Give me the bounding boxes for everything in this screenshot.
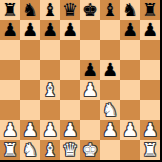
black-pawn-piece[interactable]: ♟ [82,60,98,80]
black-king-piece[interactable]: ♚ [82,0,98,20]
square-c8[interactable]: ♝ [40,0,60,20]
square-b5[interactable] [20,60,40,80]
square-c7[interactable]: ♟ [40,20,60,40]
square-a7[interactable]: ♟ [0,20,20,40]
square-g3[interactable] [120,100,140,120]
square-d8[interactable]: ♛ [60,0,80,20]
white-knight-piece[interactable]: ♞ [102,100,118,120]
square-h4[interactable] [140,80,160,100]
square-e3[interactable] [80,100,100,120]
white-pawn-piece[interactable]: ♟ [62,120,78,140]
square-d5[interactable] [60,60,80,80]
square-a6[interactable] [0,40,20,60]
square-e2[interactable] [80,120,100,140]
black-pawn-piece[interactable]: ♟ [2,20,18,40]
square-a2[interactable]: ♟ [0,120,20,140]
square-a1[interactable]: ♜ [0,140,20,160]
square-b4[interactable] [20,80,40,100]
white-pawn-piece[interactable]: ♟ [22,120,38,140]
square-g2[interactable]: ♟ [120,120,140,140]
black-pawn-piece[interactable]: ♟ [102,60,118,80]
square-e6[interactable] [80,40,100,60]
white-pawn-piece[interactable]: ♟ [42,120,58,140]
square-b1[interactable]: ♞ [20,140,40,160]
square-c4[interactable]: ♝ [40,80,60,100]
black-rook-piece[interactable]: ♜ [2,0,18,20]
square-b3[interactable] [20,100,40,120]
square-a3[interactable] [0,100,20,120]
square-g6[interactable] [120,40,140,60]
square-f4[interactable] [100,80,120,100]
square-e1[interactable]: ♚ [80,140,100,160]
white-queen-piece[interactable]: ♛ [62,140,78,160]
square-b8[interactable]: ♞ [20,0,40,20]
white-pawn-piece[interactable]: ♟ [82,80,98,100]
black-pawn-piece[interactable]: ♟ [142,20,158,40]
square-g5[interactable] [120,60,140,80]
square-f3[interactable]: ♞ [100,100,120,120]
white-king-piece[interactable]: ♚ [82,140,98,160]
black-knight-piece[interactable]: ♞ [22,0,38,20]
white-rook-piece[interactable]: ♜ [142,140,158,160]
white-knight-piece[interactable]: ♞ [22,140,38,160]
square-c2[interactable]: ♟ [40,120,60,140]
black-knight-piece[interactable]: ♞ [122,0,138,20]
square-f5[interactable]: ♟ [100,60,120,80]
black-pawn-piece[interactable]: ♟ [22,20,38,40]
black-rook-piece[interactable]: ♜ [142,0,158,20]
square-a5[interactable] [0,60,20,80]
square-e7[interactable] [80,20,100,40]
square-e5[interactable]: ♟ [80,60,100,80]
white-bishop-piece[interactable]: ♝ [42,140,58,160]
black-bishop-piece[interactable]: ♝ [42,0,58,20]
square-g4[interactable] [120,80,140,100]
square-c3[interactable] [40,100,60,120]
square-g1[interactable] [120,140,140,160]
square-e8[interactable]: ♚ [80,0,100,20]
square-c1[interactable]: ♝ [40,140,60,160]
black-pawn-piece[interactable]: ♟ [122,20,138,40]
square-h8[interactable]: ♜ [140,0,160,20]
square-b2[interactable]: ♟ [20,120,40,140]
white-rook-piece[interactable]: ♜ [2,140,18,160]
square-d4[interactable] [60,80,80,100]
white-pawn-piece[interactable]: ♟ [102,120,118,140]
square-d6[interactable] [60,40,80,60]
square-f1[interactable] [100,140,120,160]
chess-board-frame: ♜♞♝♛♚♝♞♜♟♟♟♟♟♟♟♟♝♟♞♟♟♟♟♟♟♟♜♞♝♛♚♜ [0,0,162,162]
square-h2[interactable]: ♟ [140,120,160,140]
square-b7[interactable]: ♟ [20,20,40,40]
white-bishop-piece[interactable]: ♝ [42,80,58,100]
square-f7[interactable] [100,20,120,40]
white-pawn-piece[interactable]: ♟ [142,120,158,140]
square-g8[interactable]: ♞ [120,0,140,20]
white-pawn-piece[interactable]: ♟ [2,120,18,140]
square-d1[interactable]: ♛ [60,140,80,160]
square-h3[interactable] [140,100,160,120]
square-a8[interactable]: ♜ [0,0,20,20]
black-bishop-piece[interactable]: ♝ [102,0,118,20]
square-a4[interactable] [0,80,20,100]
square-h7[interactable]: ♟ [140,20,160,40]
chess-board: ♜♞♝♛♚♝♞♜♟♟♟♟♟♟♟♟♝♟♞♟♟♟♟♟♟♟♜♞♝♛♚♜ [0,0,160,160]
square-d2[interactable]: ♟ [60,120,80,140]
square-b6[interactable] [20,40,40,60]
square-d3[interactable] [60,100,80,120]
square-c5[interactable] [40,60,60,80]
square-f6[interactable] [100,40,120,60]
square-f2[interactable]: ♟ [100,120,120,140]
square-e4[interactable]: ♟ [80,80,100,100]
black-pawn-piece[interactable]: ♟ [42,20,58,40]
square-h5[interactable] [140,60,160,80]
square-h1[interactable]: ♜ [140,140,160,160]
square-h6[interactable] [140,40,160,60]
black-queen-piece[interactable]: ♛ [62,0,78,20]
square-f8[interactable]: ♝ [100,0,120,20]
black-pawn-piece[interactable]: ♟ [62,20,78,40]
square-c6[interactable] [40,40,60,60]
square-g7[interactable]: ♟ [120,20,140,40]
white-pawn-piece[interactable]: ♟ [122,120,138,140]
square-d7[interactable]: ♟ [60,20,80,40]
